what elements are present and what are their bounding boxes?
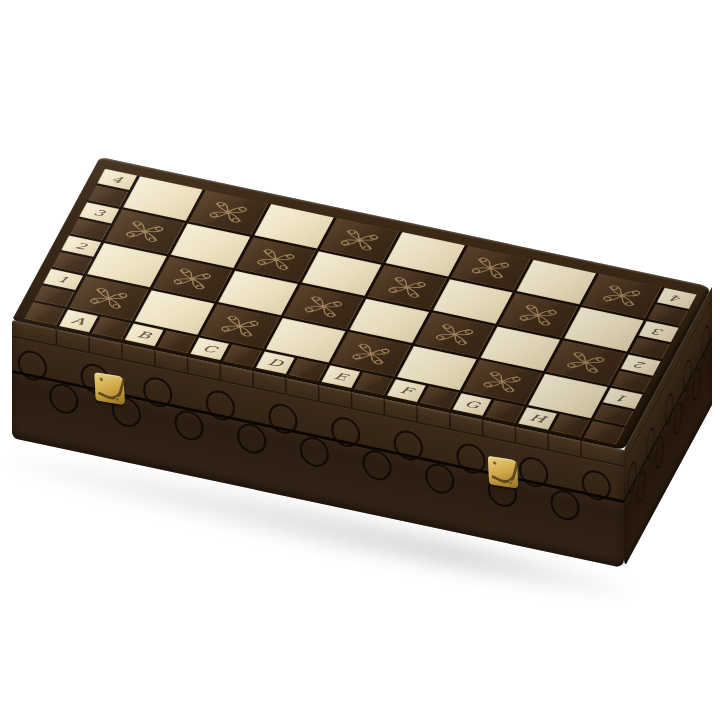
file-label-a-text: A bbox=[70, 315, 87, 327]
embossed-circle-ornament bbox=[331, 414, 360, 450]
file-label-d-text: D bbox=[266, 356, 285, 368]
square-groove-continuation bbox=[56, 329, 57, 345]
border-filler bbox=[158, 331, 197, 354]
border-corner bbox=[24, 302, 65, 325]
embossed-circle-ornament bbox=[456, 441, 485, 477]
embossed-circle-ornament bbox=[143, 374, 172, 410]
brass-clasp-left bbox=[89, 363, 130, 417]
file-label-h: H bbox=[518, 407, 557, 430]
clasp-screw bbox=[99, 377, 103, 381]
square-groove-continuation bbox=[252, 371, 253, 387]
square-groove-continuation bbox=[121, 343, 122, 359]
file-label-a: A bbox=[59, 310, 98, 333]
file-label-c: C bbox=[190, 337, 229, 360]
embossed-circle-ornament bbox=[683, 354, 691, 398]
file-label-g: G bbox=[453, 393, 492, 416]
file-label-c-text: C bbox=[201, 343, 219, 355]
file-label-d: D bbox=[256, 351, 295, 374]
square-groove-continuation bbox=[548, 434, 549, 450]
embossed-circle-ornament bbox=[268, 401, 297, 437]
embossed-circle-ornament bbox=[582, 468, 611, 504]
square-groove-continuation bbox=[318, 385, 319, 401]
square-groove-continuation bbox=[154, 350, 155, 366]
square-groove-continuation bbox=[351, 392, 352, 408]
embossed-circle-ornament bbox=[646, 422, 654, 466]
square-groove-continuation bbox=[515, 427, 516, 443]
embossed-circle-ornament bbox=[18, 348, 47, 384]
border-filler bbox=[289, 358, 328, 381]
square-groove-continuation bbox=[416, 406, 417, 422]
file-label-b-text: B bbox=[135, 329, 153, 341]
rank-label-right-2-text: 2 bbox=[633, 360, 648, 371]
embossed-circle-ornament bbox=[702, 319, 710, 363]
square-groove-continuation bbox=[89, 336, 90, 352]
border-filler bbox=[92, 317, 131, 340]
border-filler bbox=[485, 400, 524, 423]
rank-label-right-4-text: 4 bbox=[669, 293, 684, 304]
square-groove-continuation bbox=[449, 413, 450, 429]
file-label-f: F bbox=[387, 379, 426, 402]
clasp-screw bbox=[509, 480, 513, 484]
file-label-e: E bbox=[321, 365, 360, 388]
embossed-circle-ornament bbox=[206, 388, 235, 424]
border-filler bbox=[354, 372, 393, 395]
border-corner bbox=[584, 421, 625, 444]
file-label-b: B bbox=[125, 324, 164, 347]
file-label-g-text: G bbox=[463, 398, 482, 410]
file-label-h-text: H bbox=[528, 412, 548, 425]
square-groove-continuation bbox=[384, 399, 385, 415]
square-groove-continuation bbox=[220, 364, 221, 380]
rank-label-right-1-text: 1 bbox=[615, 393, 630, 404]
embossed-circle-ornament bbox=[665, 388, 673, 432]
square-groove-continuation bbox=[187, 357, 188, 373]
embossed-circle-ornament bbox=[628, 456, 636, 500]
border-filler bbox=[551, 414, 590, 437]
file-label-e-text: E bbox=[332, 371, 349, 383]
square-groove-continuation bbox=[482, 420, 483, 436]
border-filler bbox=[420, 386, 459, 409]
square-groove-continuation bbox=[580, 441, 581, 457]
rank-label-right-3-text: 3 bbox=[651, 326, 666, 337]
brass-clasp-right bbox=[483, 447, 524, 501]
product-photo-scene: 44332211ABCDEFGH bbox=[0, 0, 720, 720]
file-label-f-text: F bbox=[398, 385, 415, 397]
clasp-screw bbox=[493, 461, 497, 465]
square-groove-continuation bbox=[285, 378, 286, 394]
clasp-screw bbox=[115, 397, 119, 401]
embossed-circle-ornament bbox=[394, 428, 423, 464]
border-filler bbox=[223, 344, 262, 367]
